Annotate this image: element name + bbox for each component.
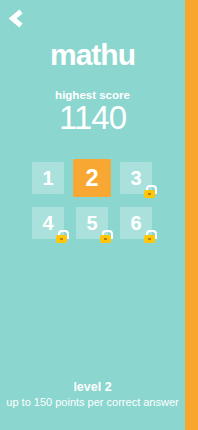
highest-score-value: 1140 xyxy=(0,101,185,134)
lock-icon xyxy=(144,185,155,198)
level-indicator: level 2 xyxy=(0,381,185,395)
points-info: up to 150 points per correct answer xyxy=(0,396,185,409)
back-button[interactable] xyxy=(8,9,24,28)
level-grid: 1 2 3 4 5 6 xyxy=(32,162,152,239)
side-stripe xyxy=(185,0,198,430)
level-tile-3[interactable]: 3 xyxy=(120,162,152,194)
level-tile-label: 1 xyxy=(42,167,53,190)
lock-icon xyxy=(100,230,111,243)
level-tile-label: 5 xyxy=(86,212,97,235)
level-tile-4[interactable]: 4 xyxy=(32,207,64,239)
content-area: mathu highest score 1140 1 2 3 4 5 xyxy=(0,0,185,430)
level-tile-label: 4 xyxy=(42,212,53,235)
level-tile-label: 6 xyxy=(130,212,141,235)
lock-icon xyxy=(56,230,67,243)
level-tile-2[interactable]: 2 xyxy=(73,159,111,197)
mathu-level-select-screen: mathu highest score 1140 1 2 3 4 5 xyxy=(0,0,198,430)
level-tile-5[interactable]: 5 xyxy=(76,207,108,239)
app-title: mathu xyxy=(0,40,185,70)
chevron-left-icon xyxy=(8,9,24,28)
level-tile-6[interactable]: 6 xyxy=(120,207,152,239)
level-tile-label: 3 xyxy=(130,167,141,190)
lock-icon xyxy=(144,230,155,243)
level-tile-label: 2 xyxy=(85,164,98,191)
level-tile-1[interactable]: 1 xyxy=(32,162,64,194)
